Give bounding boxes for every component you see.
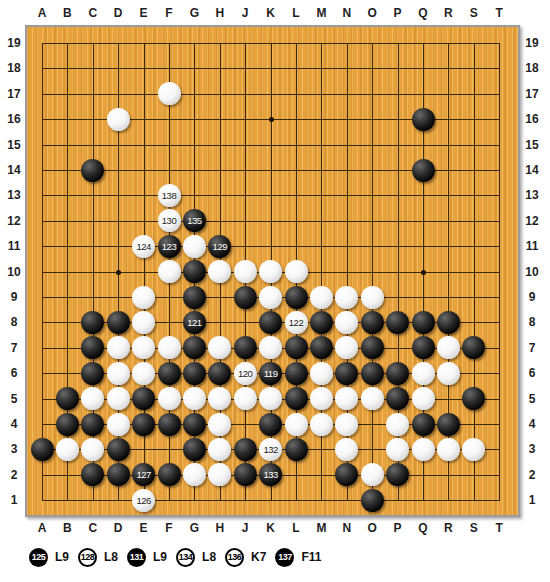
row-label-right: 8 — [529, 316, 536, 328]
stone-black-L5 — [285, 387, 308, 410]
stone-white-Q5 — [412, 387, 435, 410]
column-label-bottom: C — [88, 522, 97, 534]
row-label-left: 16 — [7, 113, 20, 125]
caption-move: 137F11 — [275, 548, 321, 567]
column-label-bottom: E — [140, 522, 148, 534]
stone-black-G6 — [183, 362, 206, 385]
column-label-top: N — [342, 7, 351, 19]
stone-white-O2 — [361, 463, 384, 486]
stone-black-O7 — [361, 336, 384, 359]
stone-black-G3 — [183, 438, 206, 461]
stone-black-D2 — [107, 463, 130, 486]
stone-white-D16 — [107, 108, 130, 131]
stone-black-K4 — [259, 413, 282, 436]
stone-black-F6 — [158, 362, 181, 385]
stone-white-L10 — [285, 260, 308, 283]
row-label-left: 7 — [11, 342, 18, 354]
column-label-bottom: J — [242, 522, 249, 534]
column-label-top: E — [140, 7, 148, 19]
stone-black-K8 — [259, 311, 282, 334]
stone-black-C4 — [81, 413, 104, 436]
stone-black-O8 — [361, 311, 384, 334]
stone-white-E1: 126 — [132, 489, 155, 512]
column-label-bottom: H — [215, 522, 224, 534]
stone-white-J10 — [234, 260, 257, 283]
move-number: 123 — [162, 241, 176, 252]
caption-move-number-black: 125 — [29, 548, 48, 567]
caption-move-point: L9 — [55, 550, 69, 564]
column-label-bottom: O — [368, 522, 377, 534]
stone-black-J3 — [234, 438, 257, 461]
stone-black-L3 — [285, 438, 308, 461]
stone-white-D5 — [107, 387, 130, 410]
caption-move-point: K7 — [251, 550, 266, 564]
move-number: 120 — [238, 368, 252, 379]
stone-black-F4 — [158, 413, 181, 436]
row-label-right: 12 — [525, 215, 538, 227]
move-number: 138 — [162, 190, 176, 201]
stone-white-H4 — [208, 413, 231, 436]
row-label-left: 15 — [7, 139, 20, 151]
stone-white-K9 — [259, 286, 282, 309]
row-label-right: 19 — [525, 37, 538, 49]
column-label-bottom: M — [316, 522, 326, 534]
column-label-top: O — [368, 7, 377, 19]
column-label-bottom: K — [266, 522, 275, 534]
row-label-right: 16 — [525, 113, 538, 125]
stone-white-Q3 — [412, 438, 435, 461]
row-label-right: 3 — [529, 443, 536, 455]
column-label-bottom: T — [496, 522, 503, 534]
row-label-right: 11 — [526, 240, 539, 252]
caption-move-number-black: 131 — [127, 548, 146, 567]
column-label-top: A — [38, 7, 47, 19]
stone-black-D3 — [107, 438, 130, 461]
grid-line-horizontal — [42, 500, 500, 501]
caption-move-point: L8 — [202, 550, 216, 564]
stone-white-M5 — [310, 387, 333, 410]
kifu-page: 125L9128L8131L9134L8136K7137F11 AABBCCDD… — [0, 0, 550, 582]
move-caption: 125L9128L8131L9134L8136K7137F11 — [29, 546, 321, 568]
row-label-left: 4 — [11, 418, 18, 430]
stone-white-E9 — [132, 286, 155, 309]
move-number: 132 — [263, 444, 277, 455]
stone-black-J7 — [234, 336, 257, 359]
stone-black-F2 — [158, 463, 181, 486]
stone-white-E8 — [132, 311, 155, 334]
stone-white-B3 — [56, 438, 79, 461]
stone-black-Q7 — [412, 336, 435, 359]
column-label-bottom: B — [63, 522, 72, 534]
column-label-bottom: Q — [418, 522, 427, 534]
column-label-top: P — [394, 7, 402, 19]
caption-move: 136K7 — [225, 548, 266, 567]
column-label-top: D — [114, 7, 123, 19]
stone-white-R3 — [437, 438, 460, 461]
stone-black-G9 — [183, 286, 206, 309]
stone-white-L4 — [285, 413, 308, 436]
stone-white-E11: 124 — [132, 235, 155, 258]
stone-white-J6: 120 — [234, 362, 257, 385]
stone-white-M9 — [310, 286, 333, 309]
row-label-right: 4 — [529, 418, 536, 430]
row-label-left: 3 — [11, 443, 18, 455]
column-label-bottom: N — [342, 522, 351, 534]
stone-black-A3 — [31, 438, 54, 461]
stone-black-R8 — [437, 311, 460, 334]
row-label-right: 10 — [525, 266, 538, 278]
row-label-right: 1 — [529, 494, 536, 506]
stone-black-L7 — [285, 336, 308, 359]
stone-black-L9 — [285, 286, 308, 309]
stone-black-Q14 — [412, 159, 435, 182]
stone-black-K6: 119 — [259, 362, 282, 385]
column-label-top: M — [316, 7, 326, 19]
grid-line-vertical — [372, 43, 373, 501]
stone-black-G4 — [183, 413, 206, 436]
stone-black-C6 — [81, 362, 104, 385]
stone-white-M4 — [310, 413, 333, 436]
stone-white-E6 — [132, 362, 155, 385]
move-number: 126 — [136, 495, 150, 506]
column-label-top: K — [266, 7, 275, 19]
column-label-bottom: A — [38, 522, 47, 534]
stone-black-R4 — [437, 413, 460, 436]
move-number: 121 — [187, 317, 201, 328]
stone-black-J9 — [234, 286, 257, 309]
row-label-left: 8 — [11, 316, 18, 328]
caption-move-number-black: 137 — [275, 548, 294, 567]
row-label-left: 10 — [7, 266, 20, 278]
row-label-left: 17 — [7, 88, 20, 100]
stone-white-Q6 — [412, 362, 435, 385]
stone-white-L8: 122 — [285, 311, 308, 334]
stone-white-K3: 132 — [259, 438, 282, 461]
stone-white-F17 — [158, 82, 181, 105]
stone-white-G11 — [183, 235, 206, 258]
stone-black-G8: 121 — [183, 311, 206, 334]
row-label-left: 5 — [11, 393, 18, 405]
move-number: 119 — [264, 368, 278, 379]
move-number: 124 — [136, 241, 150, 252]
stone-white-O9 — [361, 286, 384, 309]
column-label-bottom: D — [114, 522, 123, 534]
stone-black-G10 — [183, 260, 206, 283]
stone-black-E4 — [132, 413, 155, 436]
stone-black-N6 — [335, 362, 358, 385]
stone-white-F12: 130 — [158, 209, 181, 232]
row-label-right: 5 — [529, 393, 536, 405]
caption-move: 131L9 — [127, 548, 167, 567]
stone-black-B4 — [56, 413, 79, 436]
caption-move-point: L8 — [104, 550, 118, 564]
column-label-top: G — [190, 7, 199, 19]
column-label-top: Q — [418, 7, 427, 19]
column-label-top: R — [444, 7, 453, 19]
row-label-right: 14 — [525, 164, 538, 176]
stone-white-D6 — [107, 362, 130, 385]
stone-black-L6 — [285, 362, 308, 385]
move-number: 122 — [289, 317, 303, 328]
stone-white-N9 — [335, 286, 358, 309]
grid-line-vertical — [499, 43, 500, 501]
caption-move: 128L8 — [78, 548, 118, 567]
caption-move-number-white: 134 — [176, 548, 195, 567]
stone-white-F13: 138 — [158, 184, 181, 207]
stone-white-R6 — [437, 362, 460, 385]
column-label-bottom: L — [292, 522, 299, 534]
star-point — [269, 117, 274, 122]
row-label-left: 13 — [7, 189, 20, 201]
stone-black-H11: 129 — [208, 235, 231, 258]
stone-white-P3 — [386, 438, 409, 461]
grid-line-vertical — [474, 43, 475, 501]
move-number: 133 — [263, 469, 277, 480]
stone-white-M6 — [310, 362, 333, 385]
stone-black-J2 — [234, 463, 257, 486]
stone-white-O5 — [361, 387, 384, 410]
stone-white-D7 — [107, 336, 130, 359]
move-number: 130 — [162, 215, 176, 226]
stone-black-B5 — [56, 387, 79, 410]
row-label-right: 7 — [529, 342, 536, 354]
row-label-right: 13 — [525, 189, 538, 201]
column-label-top: C — [88, 7, 97, 19]
stone-white-F5 — [158, 387, 181, 410]
caption-move-number-white: 128 — [78, 548, 97, 567]
row-label-left: 9 — [11, 291, 18, 303]
row-label-left: 1 — [11, 494, 18, 506]
row-label-left: 12 — [7, 215, 20, 227]
star-point — [116, 270, 121, 275]
star-point — [421, 270, 426, 275]
stone-black-M8 — [310, 311, 333, 334]
move-number: 129 — [213, 241, 227, 252]
stone-black-Q8 — [412, 311, 435, 334]
caption-move-point: F11 — [301, 550, 321, 564]
caption-move-point: L9 — [153, 550, 167, 564]
stone-black-D8 — [107, 311, 130, 334]
row-label-left: 6 — [11, 367, 18, 379]
column-label-top: B — [63, 7, 72, 19]
caption-move: 134L8 — [176, 548, 216, 567]
column-label-bottom: S — [470, 522, 478, 534]
stone-black-H6 — [208, 362, 231, 385]
stone-white-F7 — [158, 336, 181, 359]
column-label-bottom: G — [190, 522, 199, 534]
stone-black-F11: 123 — [158, 235, 181, 258]
column-label-bottom: P — [394, 522, 402, 534]
stone-black-C14 — [81, 159, 104, 182]
row-label-right: 17 — [525, 88, 538, 100]
row-label-left: 14 — [7, 164, 20, 176]
row-label-left: 11 — [8, 240, 21, 252]
row-label-right: 6 — [529, 367, 536, 379]
column-label-bottom: F — [165, 522, 172, 534]
row-label-right: 9 — [529, 291, 536, 303]
stone-white-D4 — [107, 413, 130, 436]
row-label-right: 2 — [529, 469, 536, 481]
stone-white-N4 — [335, 413, 358, 436]
column-label-top: J — [242, 7, 249, 19]
row-label-right: 18 — [525, 62, 538, 74]
column-label-bottom: R — [444, 522, 453, 534]
stone-white-F10 — [158, 260, 181, 283]
column-label-top: F — [165, 7, 172, 19]
stone-black-P6 — [386, 362, 409, 385]
column-label-top: T — [496, 7, 503, 19]
column-label-top: L — [292, 7, 299, 19]
stone-black-Q16 — [412, 108, 435, 131]
stone-black-O6 — [361, 362, 384, 385]
stone-black-Q4 — [412, 413, 435, 436]
column-label-top: H — [215, 7, 224, 19]
row-label-left: 2 — [11, 469, 18, 481]
stone-white-J5 — [234, 387, 257, 410]
stone-black-O1 — [361, 489, 384, 512]
caption-move-number-white: 136 — [225, 548, 244, 567]
stone-white-G5 — [183, 387, 206, 410]
stone-white-P4 — [386, 413, 409, 436]
column-label-top: S — [470, 7, 478, 19]
caption-move: 125L9 — [29, 548, 69, 567]
row-label-left: 19 — [7, 37, 20, 49]
move-number: 127 — [136, 469, 150, 480]
stone-black-P8 — [386, 311, 409, 334]
move-number: 135 — [187, 215, 201, 226]
row-label-left: 18 — [7, 62, 20, 74]
row-label-right: 15 — [525, 139, 538, 151]
